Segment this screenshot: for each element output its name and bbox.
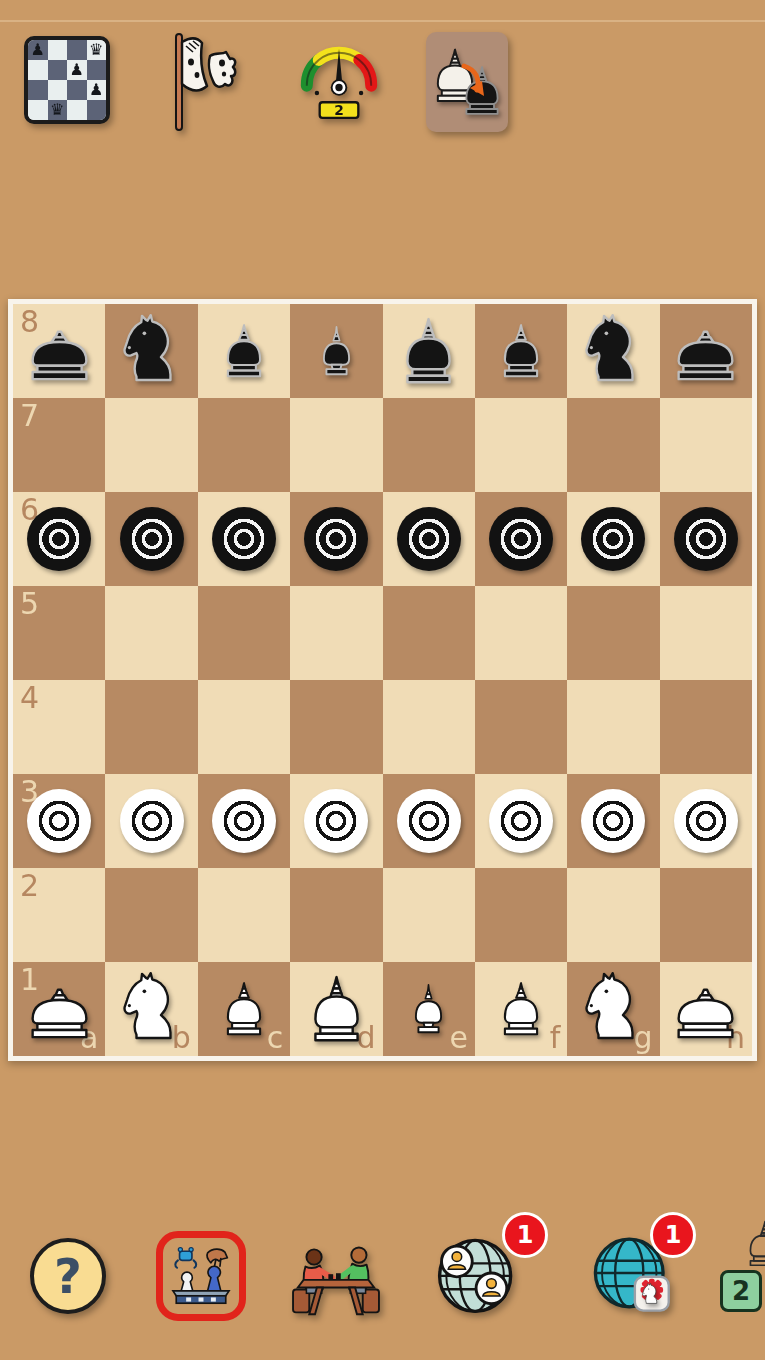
square-h1[interactable]: h — [660, 962, 752, 1056]
local-two-player-button[interactable] — [288, 1236, 384, 1320]
miniboard-cell: ♟ — [87, 80, 107, 100]
white-knight[interactable] — [574, 970, 653, 1049]
square-a4[interactable]: 4 — [13, 680, 105, 774]
square-g7[interactable] — [567, 398, 659, 492]
square-b4[interactable] — [105, 680, 197, 774]
play-vs-computer-button[interactable] — [156, 1231, 246, 1321]
miniboard-cell — [87, 60, 107, 80]
white-pawn[interactable] — [120, 789, 184, 853]
square-c5[interactable] — [198, 586, 290, 680]
online-engine-badge: 1 — [650, 1212, 696, 1258]
miniboard-cell: ♛ — [87, 40, 107, 60]
square-c1[interactable]: c — [198, 962, 290, 1056]
help-button[interactable]: ? — [30, 1238, 106, 1314]
white-pawn[interactable] — [27, 789, 91, 853]
square-h4[interactable] — [660, 680, 752, 774]
white-pawn[interactable] — [304, 789, 368, 853]
resign-flag-icon — [166, 30, 244, 134]
rank-label-2: 2 — [20, 871, 39, 901]
white-pawn[interactable] — [581, 789, 645, 853]
square-h6[interactable] — [660, 492, 752, 586]
square-b6[interactable] — [105, 492, 197, 586]
square-h3[interactable] — [660, 774, 752, 868]
white-bishop[interactable] — [209, 974, 279, 1044]
square-d8[interactable] — [290, 304, 382, 398]
square-d5[interactable] — [290, 586, 382, 680]
square-f3[interactable] — [475, 774, 567, 868]
square-d3[interactable] — [290, 774, 382, 868]
square-g2[interactable] — [567, 868, 659, 962]
miniboard-cell — [67, 40, 87, 60]
rank-label-4: 4 — [20, 683, 39, 713]
black-pawn[interactable] — [120, 507, 184, 571]
square-f6[interactable] — [475, 492, 567, 586]
square-a3[interactable]: 3 — [13, 774, 105, 868]
rank-label-7: 7 — [20, 401, 39, 431]
square-c4[interactable] — [198, 680, 290, 774]
square-f5[interactable] — [475, 586, 567, 680]
black-knight[interactable] — [112, 312, 191, 391]
square-c3[interactable] — [198, 774, 290, 868]
miniboard-cell — [48, 60, 68, 80]
square-b5[interactable] — [105, 586, 197, 680]
square-e3[interactable] — [383, 774, 475, 868]
square-d4[interactable] — [290, 680, 382, 774]
square-c8[interactable] — [198, 304, 290, 398]
square-b1[interactable]: b — [105, 962, 197, 1056]
black-rook[interactable] — [666, 312, 745, 391]
black-pawn[interactable] — [212, 507, 276, 571]
white-knight[interactable] — [112, 970, 191, 1049]
square-e1[interactable]: e — [383, 962, 475, 1056]
square-e4[interactable] — [383, 680, 475, 774]
miniboard-cell — [28, 100, 48, 120]
board-setup-icon: ♟♛♟♟♛ — [24, 36, 110, 124]
black-bishop[interactable] — [486, 316, 556, 386]
makruk-board: 87654321abcdefgh — [8, 299, 757, 1061]
square-a1[interactable]: 1a — [13, 962, 105, 1056]
online-players-badge: 1 — [502, 1212, 548, 1258]
square-g3[interactable] — [567, 774, 659, 868]
square-h8[interactable] — [660, 304, 752, 398]
misc-green-badge: 2 — [720, 1270, 762, 1312]
miniboard-cell: ♛ — [48, 100, 68, 120]
resign-button[interactable] — [166, 30, 244, 134]
black-knight[interactable] — [574, 312, 653, 391]
white-rook[interactable] — [20, 970, 99, 1049]
square-d7[interactable] — [290, 398, 382, 492]
black-pawn[interactable] — [581, 507, 645, 571]
square-e2[interactable] — [383, 868, 475, 962]
switch-sides-icon — [426, 32, 508, 132]
white-pawn[interactable] — [674, 789, 738, 853]
square-a6[interactable]: 6 — [13, 492, 105, 586]
two-players-table-icon — [288, 1236, 384, 1320]
square-a5[interactable]: 5 — [13, 586, 105, 680]
switch-sides-button[interactable] — [426, 32, 508, 132]
online-engine-button[interactable]: 1 — [586, 1224, 682, 1326]
square-d2[interactable] — [290, 868, 382, 962]
black-pawn[interactable] — [489, 507, 553, 571]
black-rook[interactable] — [20, 312, 99, 391]
miniboard-cell — [67, 100, 87, 120]
square-g6[interactable] — [567, 492, 659, 586]
square-c2[interactable] — [198, 868, 290, 962]
square-f2[interactable] — [475, 868, 567, 962]
question-mark-icon: ? — [54, 1248, 82, 1304]
square-g1[interactable]: g — [567, 962, 659, 1056]
white-rook[interactable] — [666, 970, 745, 1049]
white-king[interactable] — [296, 969, 377, 1050]
white-bishop[interactable] — [486, 974, 556, 1044]
black-king[interactable] — [388, 311, 469, 392]
online-players-button[interactable]: 1 — [430, 1224, 530, 1326]
square-e8[interactable] — [383, 304, 475, 398]
white-queen[interactable] — [397, 978, 460, 1041]
square-c6[interactable] — [198, 492, 290, 586]
miniboard-cell — [48, 40, 68, 60]
miniboard-cell — [28, 60, 48, 80]
miniboard-cell: ♟ — [28, 40, 48, 60]
square-h7[interactable] — [660, 398, 752, 492]
square-f1[interactable]: f — [475, 962, 567, 1056]
square-b8[interactable] — [105, 304, 197, 398]
hand-move-piece-icon — [168, 1243, 234, 1309]
square-b2[interactable] — [105, 868, 197, 962]
white-pawn[interactable] — [397, 789, 461, 853]
square-d1[interactable]: d — [290, 962, 382, 1056]
black-pawn[interactable] — [27, 507, 91, 571]
white-pawn[interactable] — [489, 789, 553, 853]
square-g8[interactable] — [567, 304, 659, 398]
square-e6[interactable] — [383, 492, 475, 586]
square-a8[interactable]: 8 — [13, 304, 105, 398]
miniboard-cell — [28, 80, 48, 100]
miniboard-cell — [67, 80, 87, 100]
square-g4[interactable] — [567, 680, 659, 774]
square-a7[interactable]: 7 — [13, 398, 105, 492]
square-f7[interactable] — [475, 398, 567, 492]
difficulty-gauge-button[interactable]: 2 — [293, 34, 385, 130]
square-f4[interactable] — [475, 680, 567, 774]
miniboard-cell — [48, 80, 68, 100]
partial-piece-outline-icon — [737, 1220, 765, 1270]
gauge-level-value: 2 — [334, 102, 344, 118]
selected-mode-ring — [156, 1231, 246, 1321]
square-e7[interactable] — [383, 398, 475, 492]
miniboard-cell — [87, 100, 107, 120]
black-bishop[interactable] — [209, 316, 279, 386]
square-g5[interactable] — [567, 586, 659, 680]
top-separator — [0, 20, 765, 22]
square-d6[interactable] — [290, 492, 382, 586]
square-c7[interactable] — [198, 398, 290, 492]
square-a2[interactable]: 2 — [13, 868, 105, 962]
board-setup-button[interactable]: ♟♛♟♟♛ — [24, 36, 110, 124]
square-h2[interactable] — [660, 868, 752, 962]
square-f8[interactable] — [475, 304, 567, 398]
square-e5[interactable] — [383, 586, 475, 680]
white-pawn[interactable] — [212, 789, 276, 853]
square-h5[interactable] — [660, 586, 752, 680]
square-b3[interactable] — [105, 774, 197, 868]
rank-label-5: 5 — [20, 589, 39, 619]
black-queen[interactable] — [305, 320, 368, 383]
difficulty-gauge-icon: 2 — [293, 34, 385, 130]
right-edge-partial-button[interactable]: 2 — [717, 1220, 765, 1330]
square-b7[interactable] — [105, 398, 197, 492]
black-pawn[interactable] — [674, 507, 738, 571]
black-pawn[interactable] — [304, 507, 368, 571]
black-pawn[interactable] — [397, 507, 461, 571]
miniboard-cell: ♟ — [67, 60, 87, 80]
